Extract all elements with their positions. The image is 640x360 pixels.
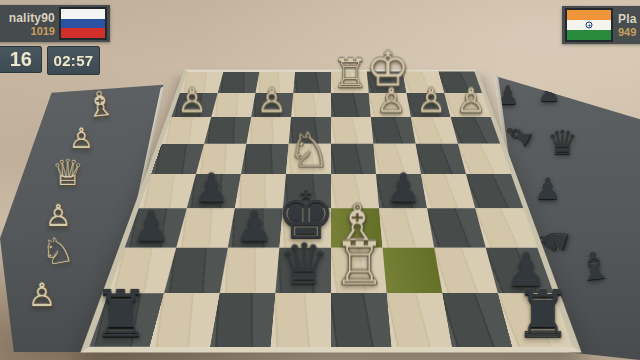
square-e7[interactable]: ♛ [275,248,331,294]
piece-white-rook-d7[interactable]: ♖ [332,236,385,292]
player-name-black: Pla [618,12,637,26]
square-d7[interactable]: ♖ [331,248,387,294]
piece-black-pawn-f6[interactable]: ♟ [234,206,273,247]
square-b7[interactable] [434,248,498,294]
piece-black-rook-h8[interactable]: ♜ [91,284,149,345]
player-rating-black: 949 [618,26,636,38]
ashoka-chakra-icon [586,22,593,29]
square-c8[interactable] [387,293,452,346]
square-a2[interactable]: ♙ [444,93,490,117]
captured-white-pawn: ♙ [28,279,57,311]
square-g3[interactable] [204,117,251,144]
piece-black-queen-e7[interactable]: ♛ [278,238,329,292]
piece-white-pawn-a2[interactable]: ♙ [455,85,485,117]
captured-white-pawn: ♙ [69,125,94,153]
square-f6[interactable]: ♟ [228,208,283,247]
square-f3[interactable] [246,117,291,144]
square-e4[interactable]: ♘ [286,144,331,174]
square-c6[interactable] [379,208,434,247]
square-f4[interactable] [241,144,289,174]
player-rating-white: 1019 [31,25,55,37]
square-f2[interactable]: ♙ [251,93,293,117]
move-clock-value: 16 [10,48,32,71]
square-f7[interactable] [220,248,280,294]
square-c7[interactable] [383,248,443,294]
square-g7[interactable] [164,248,228,294]
player-panel-black: Pla 949 [562,6,640,44]
player-panel-white: nality90 1019 [0,5,110,42]
square-b2[interactable]: ♙ [407,93,451,117]
player-name-white: nality90 [9,11,55,25]
game-clock-value: 02:57 [54,52,94,69]
move-clock: 16 [0,46,42,73]
square-f8[interactable] [210,293,275,346]
square-g2[interactable] [211,93,255,117]
square-c2[interactable]: ♙ [369,93,411,117]
piece-white-pawn-f2[interactable]: ♙ [256,85,286,117]
piece-white-pawn-h2[interactable]: ♙ [176,85,206,117]
square-d3[interactable] [331,117,373,144]
captured-black-bishop: ♝ [575,245,614,287]
captured-black-pawn: ♟ [534,174,561,204]
square-d1[interactable]: ♖ [331,72,369,93]
piece-black-pawn-g5[interactable]: ♟ [193,169,229,208]
square-c5[interactable]: ♟ [376,174,427,208]
square-g6[interactable] [176,208,235,247]
russia-flag-icon [59,7,107,40]
square-a3[interactable] [451,117,500,144]
piece-white-rook-d1[interactable]: ♖ [332,54,368,92]
square-h3[interactable] [162,117,211,144]
square-b8[interactable] [442,293,512,346]
square-a5[interactable] [466,174,523,208]
square-e1[interactable] [293,72,331,93]
piece-white-knight-e4[interactable]: ♘ [287,128,330,174]
captured-white-pawn: ♙ [45,201,72,231]
captured-white-bishop: ♗ [83,86,117,123]
square-a8[interactable]: ♜ [498,293,573,346]
square-c3[interactable] [371,117,416,144]
captured-black-queen: ♛ [547,125,577,159]
square-h2[interactable]: ♙ [171,93,217,117]
piece-black-rook-a8[interactable]: ♜ [513,284,571,345]
square-g5[interactable]: ♟ [187,174,241,208]
square-b5[interactable] [421,174,475,208]
square-e2[interactable] [291,93,331,117]
captured-white-queen: ♕ [52,155,84,191]
piece-white-pawn-b2[interactable]: ♙ [416,85,446,117]
square-d4[interactable] [331,144,376,174]
square-b6[interactable] [427,208,486,247]
piece-black-pawn-c5[interactable]: ♟ [385,169,421,208]
square-e8[interactable] [271,293,331,346]
square-d2[interactable] [331,93,371,117]
square-d8[interactable] [331,293,391,346]
square-a4[interactable] [458,144,511,174]
square-b4[interactable] [416,144,466,174]
game-clock: 02:57 [47,46,100,75]
india-flag-icon [565,8,613,42]
piece-white-pawn-c2[interactable]: ♙ [376,85,406,117]
square-g8[interactable] [150,293,220,346]
captured-white-knight: ♘ [38,231,76,272]
square-h6[interactable]: ♟ [125,208,187,247]
square-a6[interactable] [475,208,537,247]
piece-black-pawn-h6[interactable]: ♟ [131,206,170,247]
square-g1[interactable] [218,72,260,93]
